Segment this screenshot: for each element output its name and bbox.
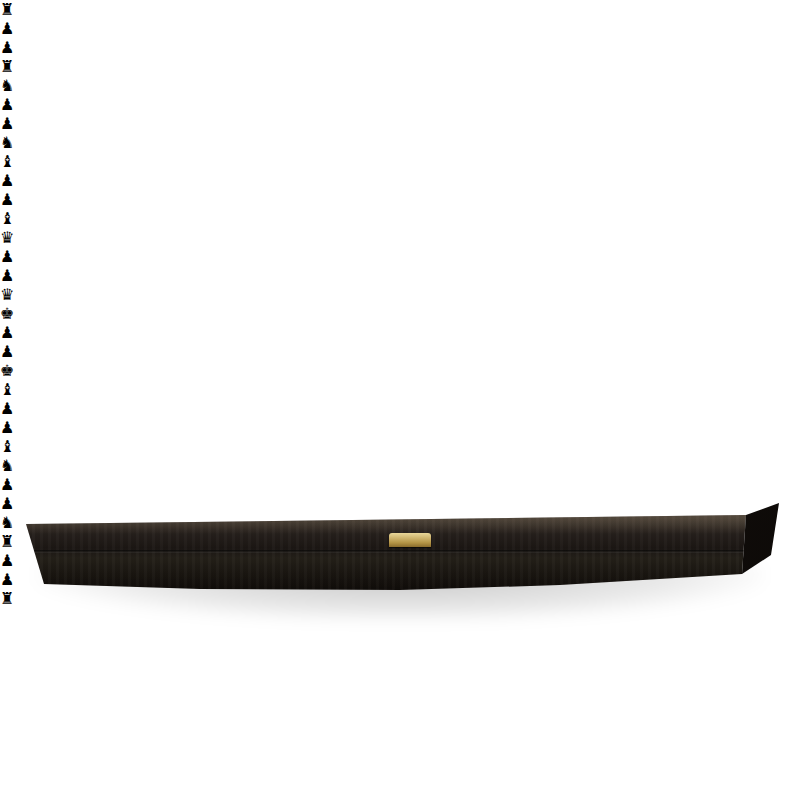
wooden-case: [0, 0, 800, 800]
chess-set-photo: ♜♟♟♜♞♟♟♞♝♟♟♝♛♟♟♛♚♟♟♚♝♟♟♝♞♟♟♞♜♟♟♜: [0, 0, 800, 800]
case-front-panel: [0, 0, 800, 800]
clasp-body: [386, 545, 436, 575]
case-right-side-panel: [0, 0, 800, 800]
brass-clasp: [386, 533, 436, 576]
